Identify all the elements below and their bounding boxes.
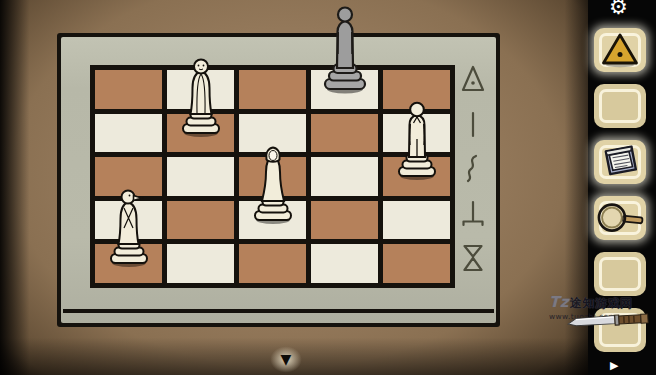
game-screen: ▼ ⚙ ▶ Tz途知游戏网 www.tuozhi.com: [0, 0, 656, 375]
inventory-slot-empty-2[interactable]: [594, 84, 646, 128]
chess-board: [57, 33, 500, 327]
piece-white-hooded-woman[interactable]: [251, 145, 295, 225]
board-cell-c1[interactable]: [239, 244, 306, 283]
triangle-with-dot-symbol: [460, 63, 486, 97]
inventory-sidebar: ⚙ ▶: [588, 0, 656, 375]
board-cell-a4[interactable]: [95, 114, 162, 153]
inventory-slot-empty-5[interactable]: [594, 252, 646, 296]
board-cell-d3[interactable]: [311, 157, 378, 196]
board-cell-d1[interactable]: [311, 244, 378, 283]
piece-white-priest[interactable]: [179, 58, 223, 138]
inventory-slot-letter[interactable]: [594, 140, 646, 184]
inventory-slot-empty-6[interactable]: [594, 308, 646, 352]
inventory-slot-magnifying-glass[interactable]: [594, 196, 646, 240]
frame-symbols-column: [455, 63, 491, 275]
navigate-down-button[interactable]: ▼: [270, 347, 302, 372]
up-tack-symbol: [460, 197, 486, 231]
board-cell-b1[interactable]: [167, 244, 234, 283]
piece-white-bird-man[interactable]: [107, 188, 151, 268]
piece-white-suited-man[interactable]: [395, 101, 439, 181]
gear-icon: ⚙: [609, 0, 628, 19]
s-curve-symbol: [460, 152, 486, 186]
scene-background: ▼: [0, 0, 588, 375]
sidebar-next-arrow[interactable]: ▶: [610, 359, 618, 372]
board-cell-b3[interactable]: [167, 157, 234, 196]
board-cell-b2[interactable]: [167, 201, 234, 240]
settings-button[interactable]: ⚙: [609, 0, 628, 19]
board-cell-e1[interactable]: [383, 244, 450, 283]
board-cell-c5[interactable]: [239, 70, 306, 109]
board-cell-e2[interactable]: [383, 201, 450, 240]
inventory-slot-triangle-plate[interactable]: [594, 28, 646, 72]
board-cell-d4[interactable]: [311, 114, 378, 153]
board-cell-a5[interactable]: [95, 70, 162, 109]
hourglass-symbol: [460, 241, 486, 275]
down-arrow-icon: ▼: [270, 350, 302, 368]
board-cell-d2[interactable]: [311, 201, 378, 240]
vertical-line-symbol: [460, 108, 486, 142]
piece-gray-statue[interactable]: [322, 6, 368, 94]
board-ledge-line: [63, 309, 494, 313]
